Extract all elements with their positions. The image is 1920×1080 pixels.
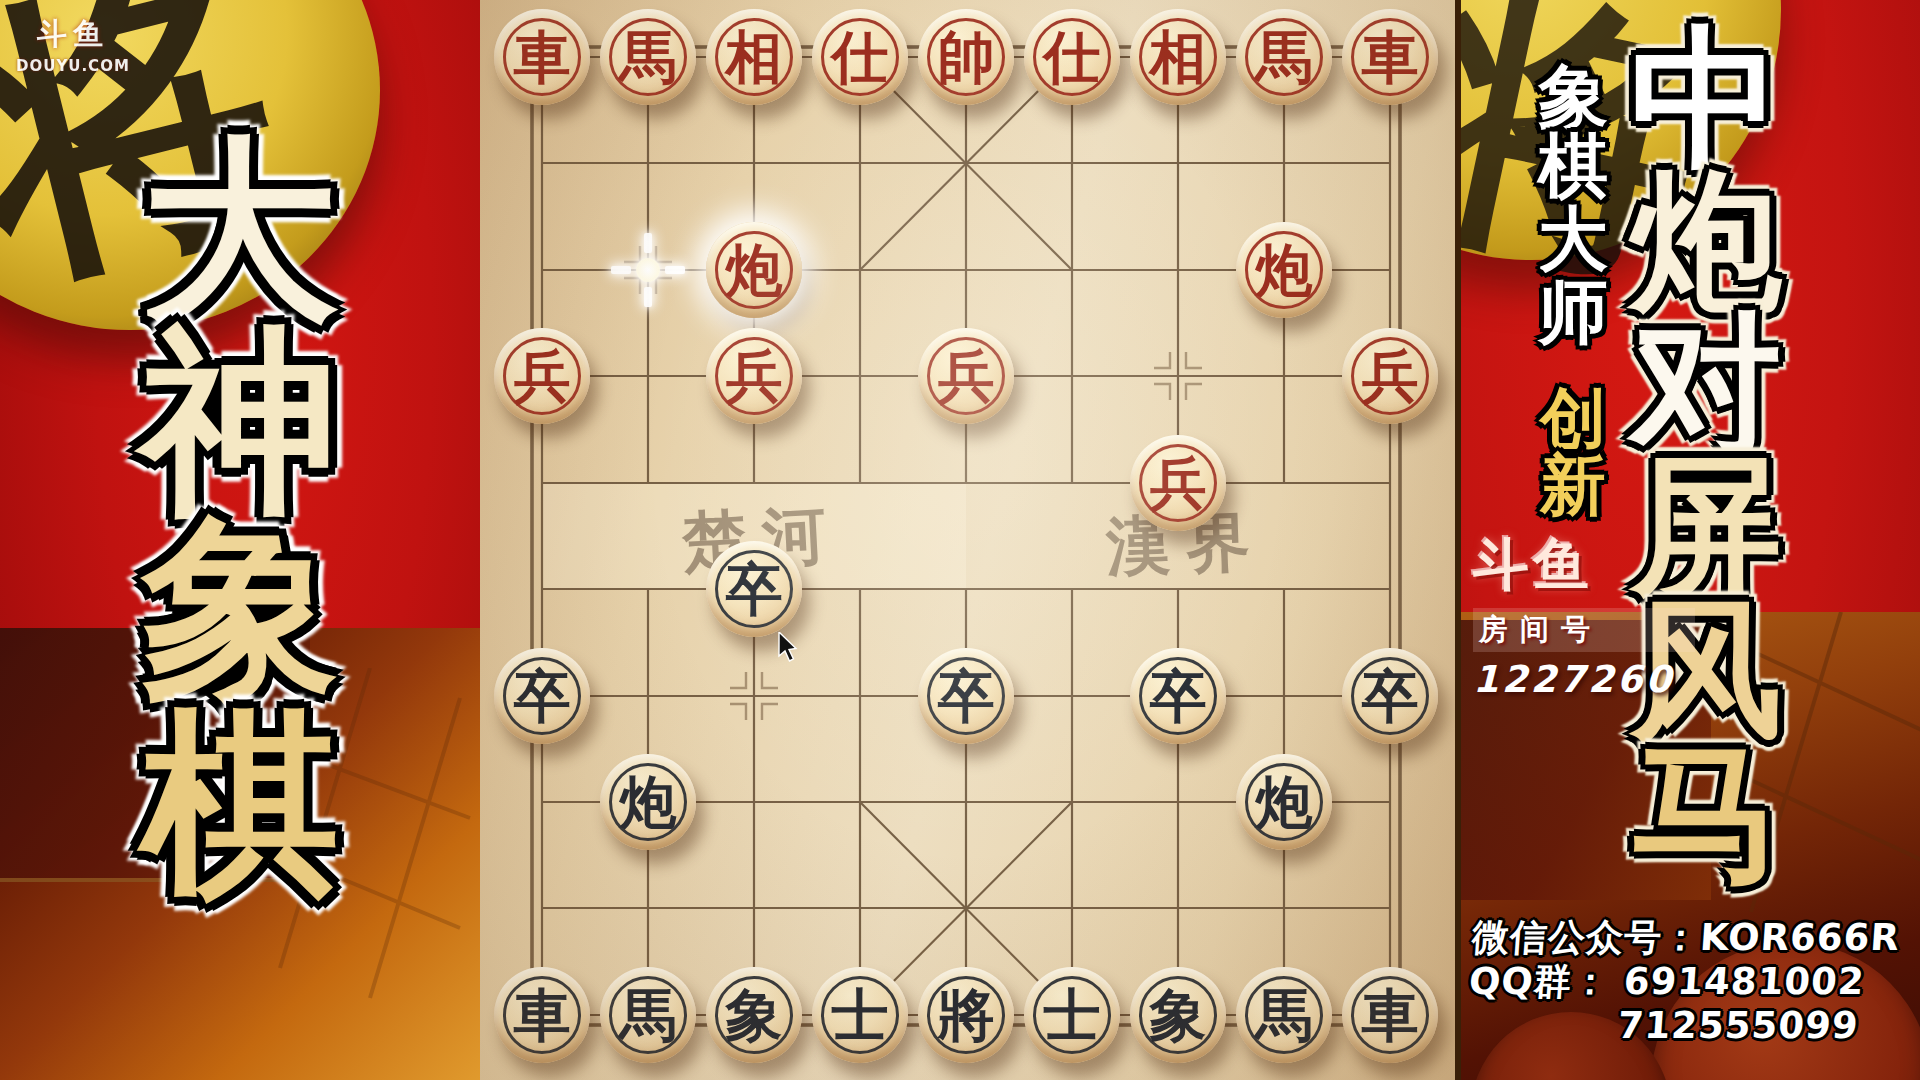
piece-black-車[interactable]: 車 [494, 967, 590, 1063]
piece-black-將[interactable]: 將 [918, 967, 1014, 1063]
piece-black-卒[interactable]: 卒 [1130, 648, 1226, 744]
left-title-char-2: 神 [40, 322, 440, 520]
piece-red-車[interactable]: 車 [494, 9, 590, 105]
piece-black-炮[interactable]: 炮 [600, 754, 696, 850]
left-title-char-3: 象 [40, 510, 440, 708]
xiangqi-board[interactable]: 楚河 漢界 車馬相仕帥仕相馬車炮炮兵兵兵兵兵卒卒卒卒卒炮炮車馬象士將士象馬車 [480, 0, 1455, 1080]
piece-red-兵[interactable]: 兵 [494, 328, 590, 424]
piece-red-相[interactable]: 相 [706, 9, 802, 105]
last-move-origin-marker [611, 233, 685, 307]
piece-black-士[interactable]: 士 [1024, 967, 1120, 1063]
piece-black-馬[interactable]: 馬 [600, 967, 696, 1063]
douyu-watermark-url: DOUYU.COM [16, 57, 130, 75]
wechat-line: 微信公众号：KOR666R [1471, 916, 1920, 960]
piece-black-卒[interactable]: 卒 [1342, 648, 1438, 744]
piece-black-象[interactable]: 象 [706, 967, 802, 1063]
piece-black-炮[interactable]: 炮 [1236, 754, 1332, 850]
piece-black-士[interactable]: 士 [812, 967, 908, 1063]
right-banner: 将 象 棋 大 师 创 新 中 炮 对 屏 风 马 斗鱼 房间号 1227260… [1455, 0, 1920, 1080]
piece-black-馬[interactable]: 馬 [1236, 967, 1332, 1063]
piece-black-車[interactable]: 車 [1342, 967, 1438, 1063]
piece-red-相[interactable]: 相 [1130, 9, 1226, 105]
qq-group-line: QQ群： 691481002 [1467, 960, 1920, 1004]
piece-red-兵[interactable]: 兵 [1130, 435, 1226, 531]
piece-red-兵[interactable]: 兵 [1342, 328, 1438, 424]
piece-red-炮[interactable]: 炮 [1236, 222, 1332, 318]
piece-red-車[interactable]: 車 [1342, 9, 1438, 105]
piece-red-馬[interactable]: 馬 [1236, 9, 1332, 105]
piece-black-卒[interactable]: 卒 [706, 541, 802, 637]
left-title-char-4: 棋 [40, 704, 440, 902]
qq-group-line-2: 712555099 [1464, 1004, 1920, 1048]
douyu-logo: 斗鱼 [1473, 528, 1713, 604]
piece-black-卒[interactable]: 卒 [494, 648, 590, 744]
piece-red-兵[interactable]: 兵 [706, 328, 802, 424]
left-banner: 炮 帥 将 斗鱼 DOUYU.COM 大 神 象 棋 [0, 0, 483, 1080]
piece-red-帥[interactable]: 帥 [918, 9, 1014, 105]
room-label: 房间号 [1479, 612, 1602, 646]
room-number: 1227260 [1473, 658, 1713, 701]
douyu-watermark-cn: 斗鱼 [16, 14, 130, 55]
piece-red-兵[interactable]: 兵 [918, 328, 1014, 424]
piece-red-炮[interactable]: 炮 [706, 222, 802, 318]
stream-frame: 炮 帥 将 斗鱼 DOUYU.COM 大 神 象 棋 楚河 漢界 車馬相仕帥仕相… [0, 0, 1920, 1080]
piece-red-仕[interactable]: 仕 [812, 9, 908, 105]
piece-red-仕[interactable]: 仕 [1024, 9, 1120, 105]
mouse-cursor [778, 632, 804, 664]
contact-info: 微信公众号：KOR666R QQ群： 691481002 712555099 [1464, 916, 1920, 1048]
left-title-char-1: 大 [40, 132, 440, 330]
board-grid: 楚河 漢界 [480, 0, 1455, 1080]
main-title-char-6: 马 [1506, 737, 1906, 889]
room-label-band: 房间号 [1473, 608, 1695, 652]
douyu-watermark: 斗鱼 DOUYU.COM [16, 14, 130, 75]
piece-black-象[interactable]: 象 [1130, 967, 1226, 1063]
douyu-room-block: 斗鱼 房间号 1227260 [1473, 528, 1713, 701]
piece-red-馬[interactable]: 馬 [600, 9, 696, 105]
piece-black-卒[interactable]: 卒 [918, 648, 1014, 744]
